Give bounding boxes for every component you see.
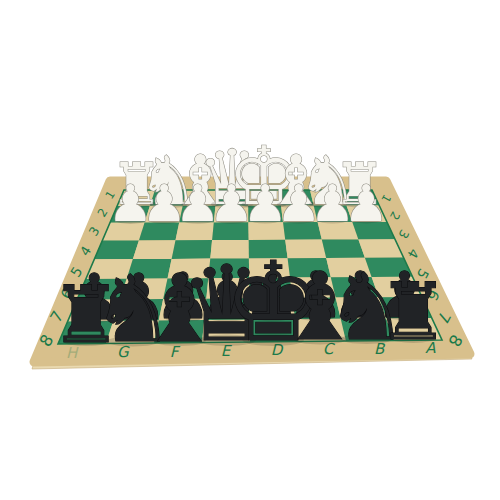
white-pawn-a2: ♟	[344, 174, 389, 233]
black-rook-a8: ♜	[378, 266, 449, 358]
chessboard: HGFEDCBA1122334455667788♜♞♝♛♚♝♞♜♟♟♟♟♟♟♟♟…	[0, 0, 500, 500]
product-photo: HGFEDCBA1122334455667788♜♞♝♛♚♝♞♜♟♟♟♟♟♟♟♟…	[0, 0, 500, 500]
